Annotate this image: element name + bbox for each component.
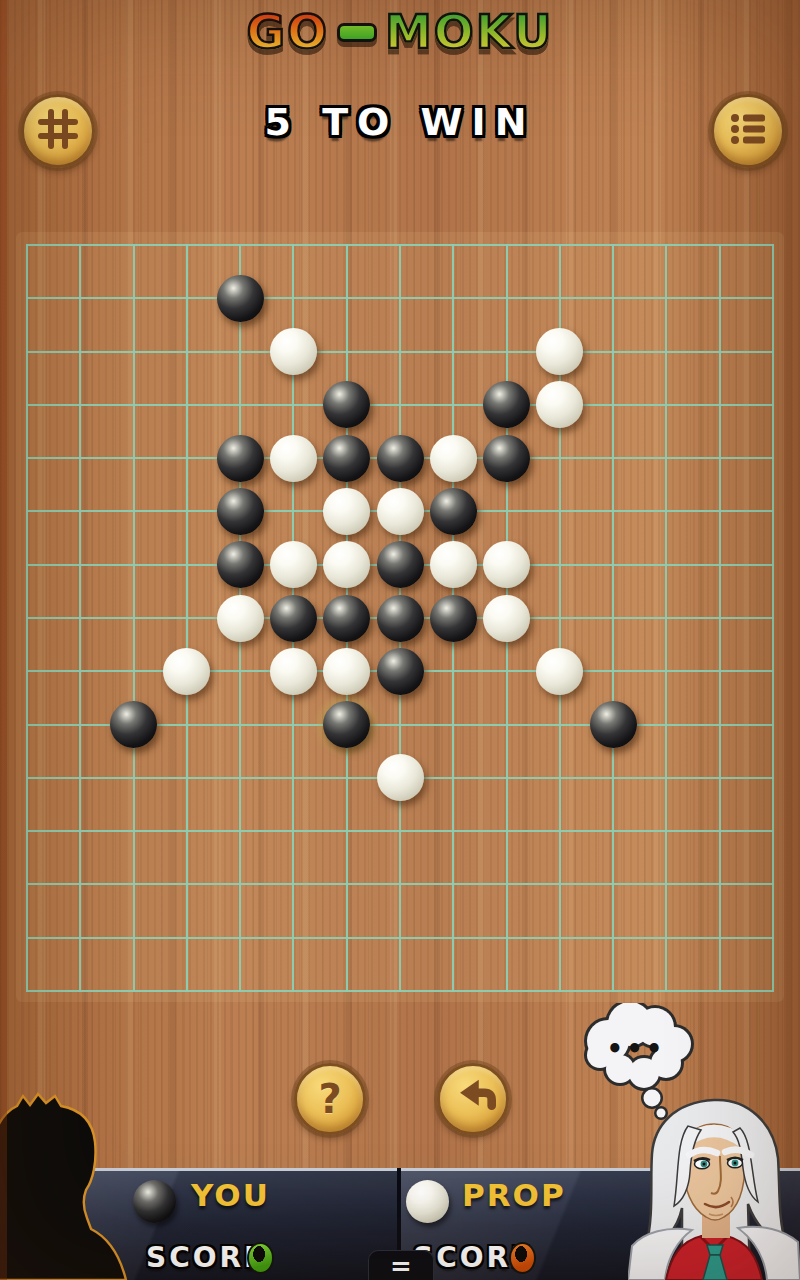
black-stone: ● [590,701,637,748]
black-stone: ● [270,595,317,642]
undo-arrow-icon [450,1074,496,1124]
white-stone: ○ [430,541,477,588]
equals-sign: = [390,1253,412,1279]
prop-score-value: 0 [509,1242,536,1274]
black-stone: ● [377,435,424,482]
you-label: YOU [191,1177,270,1213]
board-size-button[interactable] [21,94,95,168]
black-stone: ● [377,648,424,695]
draw-equals-badge[interactable]: = [368,1250,434,1280]
black-stone: ● [323,381,370,428]
white-stone: ○ [217,595,264,642]
white-stone: ○ [323,488,370,535]
white-stone: ○ [270,648,317,695]
board[interactable]: ●○○●●○●○●●○●●○○●●○○●○○○●●●●○○○○●○●●●○ [26,244,774,992]
black-stone: ● [483,381,530,428]
player-silhouette [0,1090,146,1280]
prop-label: PROP [462,1177,566,1213]
black-stone: ● [483,435,530,482]
question-mark-icon: ? [318,1076,341,1122]
black-stone: ● [430,595,477,642]
black-stone: ● [217,488,264,535]
white-stone: ○ [483,541,530,588]
white-stone: ○ [430,435,477,482]
black-stone: ● [217,435,264,482]
black-stone: ● [323,701,370,748]
white-stone: ○ [377,488,424,535]
black-stone: ● [217,541,264,588]
black-stone: ● [110,701,157,748]
black-stone: ● [430,488,477,535]
undo-button[interactable] [437,1063,509,1135]
professor-avatar [628,1096,800,1280]
title-dash: - [337,23,377,42]
white-stone: ○ [536,381,583,428]
white-stone: ○ [536,328,583,375]
menu-button[interactable] [711,94,785,168]
title-go: GO [246,4,329,59]
white-stone: ○ [163,648,210,695]
black-stone: ● [377,595,424,642]
white-stone: ○ [377,754,424,801]
grid-icon [36,107,80,155]
black-stone: ● [323,435,370,482]
list-icon [726,107,770,155]
black-stone: ● [323,595,370,642]
gomoku-app: { "game": "Go-Moku (Gomoku / Five in a R… [0,0,800,1280]
help-button[interactable]: ? [294,1063,366,1135]
white-stone: ○ [483,595,530,642]
white-stone: ○ [270,541,317,588]
white-stone: ○ [270,435,317,482]
you-score-value: 0 [247,1242,274,1274]
prop-white-stone-icon [406,1180,449,1223]
black-stone: ● [217,275,264,322]
game-title: GO-MOKU [0,4,800,59]
bubble-dots: ••• [607,1034,666,1064]
black-stone: ● [377,541,424,588]
subtitle-5-to-win: 5 TO WIN [0,100,800,144]
white-stone: ○ [270,328,317,375]
white-stone: ○ [323,541,370,588]
white-stone: ○ [536,648,583,695]
title-moku: MOKU [385,4,553,59]
